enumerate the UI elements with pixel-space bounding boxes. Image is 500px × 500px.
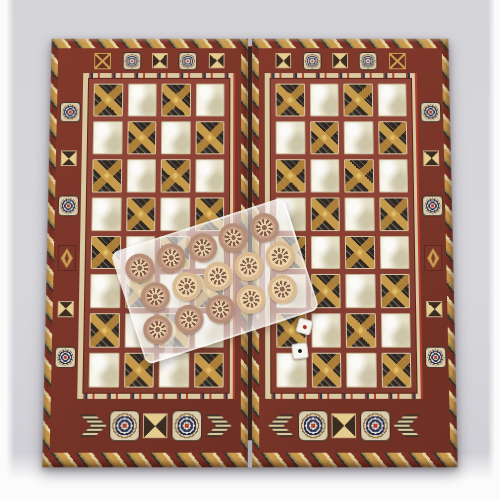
chess-square-dark [381,353,411,388]
chess-square-dark [276,159,305,192]
chess-square-dark [379,197,409,230]
chess-square-dark [89,313,119,347]
chess-square-light [345,274,375,308]
rosette-motif [109,410,140,441]
marquetry-strip-side [417,73,449,399]
chess-square-dark [195,121,224,154]
chess-square-light [311,313,341,347]
diamond-motif [58,245,77,271]
bowtie-motif [208,53,224,68]
marquetry-strip-top [83,48,235,73]
bowtie-motif [332,53,348,68]
checker-dark [137,278,174,315]
bowtie-motif [423,151,439,167]
chess-square-light [195,84,224,117]
bowtie-motif [276,53,292,68]
chess-square-light [344,197,374,230]
chess-square-dark [344,159,374,192]
chess-square-dark [311,353,341,388]
chess-square-light [126,159,156,192]
chess-square-dark [310,197,340,230]
checker-dark [184,230,221,267]
rosette-motif [422,195,443,216]
rosette-motif [360,410,391,441]
rosette-motif [303,52,322,70]
chevron-motif [268,414,295,437]
rosette-motif [59,102,80,122]
checker-dark [139,311,176,348]
rosette-motif [54,347,76,368]
checker-light [231,248,268,285]
checker-dark [202,291,239,328]
checker-light [262,238,299,275]
chevron-motif [393,414,420,437]
chess-square-light [377,84,407,117]
diamond-motif [424,245,443,271]
chess-square-dark [378,121,408,154]
checker-dark [246,209,283,246]
rosette-motif [171,410,202,441]
checker-dark [171,301,208,338]
chess-square-light [93,121,123,154]
rosette-motif [298,410,329,441]
chess-square-dark [126,197,156,230]
chess-square-dark [343,84,372,117]
chess-square-light [91,197,121,230]
chess-square-light [160,197,190,230]
checker-light [264,271,301,308]
checker-dark [153,240,190,277]
chess-square-light [127,84,156,117]
rosette-motif [122,52,141,70]
chess-square-light [195,159,224,192]
rosette-motif [359,52,378,70]
chess-square-light [309,84,338,117]
chess-square-dark [161,159,191,192]
chess-square-dark [127,121,157,154]
checker-light [233,281,270,318]
marquetry-strip-top [265,48,417,73]
xsquare-motif [94,53,111,69]
chess-square-light [276,121,305,154]
chevron-motif [80,414,107,437]
die-pip [302,324,307,329]
chess-square-light [346,353,376,388]
chevron-motif [205,414,232,437]
bowtie-motif [61,151,77,167]
checker-dark [122,250,159,287]
chess-square-light [380,313,410,347]
chess-square-dark [161,84,190,117]
checker-dark [215,219,252,256]
chess-square-light [310,159,340,192]
bowtie-motif [152,53,168,68]
chess-square-light [161,121,190,154]
bowtie-motif [143,413,168,438]
marquetry-strip-bottom [76,399,235,453]
chess-square-dark [93,84,123,117]
rosette-motif [424,347,446,368]
chess-square-light [378,159,408,192]
chess-square-light [310,236,340,270]
chess-square-light [344,121,374,154]
bowtie-motif [332,413,357,438]
chess-square-light [89,353,119,388]
checker-light [168,268,205,305]
bowtie-motif [58,301,74,317]
die-pip [298,349,302,353]
checker-light [200,258,237,295]
rosette-motif [57,195,78,216]
marquetry-strip-bottom [265,399,424,453]
bowtie-motif [426,301,442,317]
chess-square-dark [346,313,376,347]
chess-square-dark [92,159,122,192]
die [291,342,309,360]
chess-square-dark [276,84,305,117]
chess-square-light [90,274,120,308]
chess-square-dark [345,236,375,270]
chess-square-dark [380,274,410,308]
chess-square-dark [310,121,339,154]
photo-backdrop [0,0,500,500]
xsquare-motif [389,53,406,69]
chess-square-light [379,236,409,270]
chess-square-dark [194,353,224,388]
rosette-motif [179,52,198,70]
rosette-motif [420,102,441,122]
